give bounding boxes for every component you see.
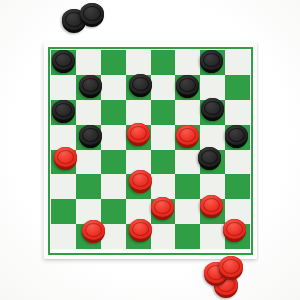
square-r2c8[interactable] bbox=[225, 75, 250, 100]
captured-checker-red[interactable] bbox=[219, 256, 243, 280]
red-checker-ring-groove bbox=[130, 126, 147, 140]
black-checker-ring-groove bbox=[228, 128, 245, 142]
square-r1c4[interactable] bbox=[126, 50, 151, 75]
square-r1c2[interactable] bbox=[76, 50, 101, 75]
square-r7c1[interactable] bbox=[51, 199, 76, 224]
square-r7c3[interactable] bbox=[101, 199, 126, 224]
checkers-board bbox=[44, 42, 257, 259]
checker-red[interactable] bbox=[82, 220, 105, 243]
checker-black[interactable] bbox=[201, 98, 224, 121]
square-r4c5[interactable] bbox=[151, 125, 176, 150]
black-checker-ring-groove bbox=[55, 53, 72, 67]
photo-scene bbox=[0, 0, 300, 300]
black-checker-ring-groove bbox=[132, 77, 149, 91]
red-checker-ring-groove bbox=[222, 259, 240, 274]
square-r5c6[interactable] bbox=[175, 150, 200, 175]
black-checker-ring-groove bbox=[179, 78, 196, 92]
square-r6c6[interactable] bbox=[175, 174, 200, 199]
square-r6c8[interactable] bbox=[225, 174, 250, 199]
checker-black[interactable] bbox=[79, 75, 102, 98]
checker-black[interactable] bbox=[176, 75, 199, 98]
square-r1c8[interactable] bbox=[225, 50, 250, 75]
red-checker-ring-groove bbox=[179, 128, 196, 142]
captured-checker-black[interactable] bbox=[80, 3, 104, 27]
square-r4c1[interactable] bbox=[51, 125, 76, 150]
checker-black[interactable] bbox=[225, 125, 248, 148]
checker-red[interactable] bbox=[176, 125, 199, 148]
checker-red[interactable] bbox=[127, 123, 150, 146]
square-r1c5[interactable] bbox=[151, 50, 176, 75]
black-checker-ring-groove bbox=[55, 103, 72, 117]
square-r8c6[interactable] bbox=[175, 224, 200, 249]
red-checker-ring-groove bbox=[132, 173, 149, 187]
checker-red[interactable] bbox=[223, 219, 246, 242]
square-r3c3[interactable] bbox=[101, 100, 126, 125]
square-r5c2[interactable] bbox=[76, 150, 101, 175]
square-r5c5[interactable] bbox=[151, 150, 176, 175]
square-r6c1[interactable] bbox=[51, 174, 76, 199]
black-checker-ring-groove bbox=[203, 53, 220, 67]
square-r2c3[interactable] bbox=[101, 75, 126, 100]
red-checker-ring-groove bbox=[85, 223, 102, 237]
square-r3c8[interactable] bbox=[225, 100, 250, 125]
red-checker-ring-groove bbox=[132, 222, 149, 236]
square-r6c3[interactable] bbox=[101, 174, 126, 199]
square-r2c5[interactable] bbox=[151, 75, 176, 100]
square-r3c5[interactable] bbox=[151, 100, 176, 125]
red-checker-ring-groove bbox=[226, 222, 243, 236]
checker-black[interactable] bbox=[200, 50, 223, 73]
square-r2c7[interactable] bbox=[200, 75, 225, 100]
checker-black[interactable] bbox=[129, 74, 152, 97]
square-r3c2[interactable] bbox=[76, 100, 101, 125]
checker-black[interactable] bbox=[79, 125, 102, 148]
checker-black[interactable] bbox=[52, 50, 75, 73]
black-checker-ring-groove bbox=[82, 78, 99, 92]
black-checker-ring-groove bbox=[82, 128, 99, 142]
checker-red[interactable] bbox=[129, 170, 152, 193]
square-r6c5[interactable] bbox=[151, 174, 176, 199]
square-r3c6[interactable] bbox=[175, 100, 200, 125]
checker-red[interactable] bbox=[129, 219, 152, 242]
square-r6c2[interactable] bbox=[76, 174, 101, 199]
checker-black[interactable] bbox=[52, 100, 75, 123]
black-checker-ring-groove bbox=[204, 101, 221, 115]
square-r8c7[interactable] bbox=[200, 224, 225, 249]
square-r8c1[interactable] bbox=[51, 224, 76, 249]
square-r5c3[interactable] bbox=[101, 150, 126, 175]
square-r7c6[interactable] bbox=[175, 199, 200, 224]
square-r4c3[interactable] bbox=[101, 125, 126, 150]
square-r1c6[interactable] bbox=[175, 50, 200, 75]
square-r8c5[interactable] bbox=[151, 224, 176, 249]
square-r2c1[interactable] bbox=[51, 75, 76, 100]
square-r1c3[interactable] bbox=[101, 50, 126, 75]
black-checker-ring-groove bbox=[83, 6, 101, 21]
square-r5c8[interactable] bbox=[225, 150, 250, 175]
square-r3c4[interactable] bbox=[126, 100, 151, 125]
square-r4c7[interactable] bbox=[200, 125, 225, 150]
